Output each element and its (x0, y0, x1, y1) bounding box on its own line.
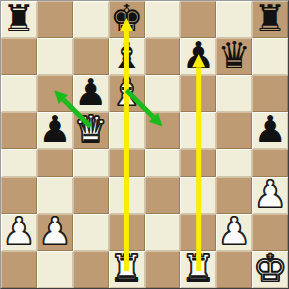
square-f7[interactable]: ♟ (180, 38, 216, 75)
square-c3[interactable] (73, 177, 109, 214)
white-pawn-icon[interactable]: ♟ (253, 176, 286, 213)
square-e2[interactable] (145, 214, 181, 251)
white-bishop-icon[interactable]: ♝ (110, 74, 143, 111)
square-a2[interactable]: ♟ (1, 214, 37, 251)
square-e7[interactable] (145, 38, 181, 75)
square-e4[interactable] (145, 149, 181, 177)
square-d6[interactable]: ♝ (109, 75, 145, 112)
square-a8[interactable]: ♜ (1, 1, 37, 38)
square-d7[interactable]: ♝ (109, 38, 145, 75)
square-h1[interactable]: ♚ (252, 251, 288, 288)
square-c7[interactable] (73, 38, 109, 75)
square-d3[interactable] (109, 177, 145, 214)
square-h3[interactable]: ♟ (252, 177, 288, 214)
white-queen-icon[interactable]: ♛ (74, 111, 107, 148)
white-pawn-icon[interactable]: ♟ (2, 213, 35, 250)
square-e5[interactable] (145, 112, 181, 149)
black-rook-icon[interactable]: ♜ (253, 0, 286, 37)
square-b4[interactable] (37, 149, 73, 177)
black-pawn-icon[interactable]: ♟ (74, 74, 107, 111)
square-b6[interactable] (37, 75, 73, 112)
square-f5[interactable] (180, 112, 216, 149)
black-bishop-icon[interactable]: ♝ (110, 37, 143, 74)
square-f6[interactable] (180, 75, 216, 112)
black-king-icon[interactable]: ♚ (110, 0, 143, 37)
black-pawn-icon[interactable]: ♟ (38, 111, 71, 148)
square-g6[interactable] (216, 75, 252, 112)
square-f2[interactable] (180, 214, 216, 251)
square-e6[interactable] (145, 75, 181, 112)
chess-board-frame: ♜♚♜♝♟♛♟♝♟♛♟♟♟♟♟♜♜♚ (0, 0, 289, 289)
square-b8[interactable] (37, 1, 73, 38)
square-d4[interactable] (109, 149, 145, 177)
square-h8[interactable]: ♜ (252, 1, 288, 38)
square-g4[interactable] (216, 149, 252, 177)
square-d1[interactable]: ♜ (109, 251, 145, 288)
square-f4[interactable] (180, 149, 216, 177)
white-rook-icon[interactable]: ♜ (182, 250, 215, 287)
square-f3[interactable] (180, 177, 216, 214)
square-h2[interactable] (252, 214, 288, 251)
square-d8[interactable]: ♚ (109, 1, 145, 38)
square-g7[interactable]: ♛ (216, 38, 252, 75)
square-f8[interactable] (180, 1, 216, 38)
black-pawn-icon[interactable]: ♟ (182, 37, 215, 74)
square-c2[interactable] (73, 214, 109, 251)
square-b3[interactable] (37, 177, 73, 214)
square-c4[interactable] (73, 149, 109, 177)
square-d5[interactable] (109, 112, 145, 149)
square-c1[interactable] (73, 251, 109, 288)
square-h5[interactable]: ♟ (252, 112, 288, 149)
square-h7[interactable] (252, 38, 288, 75)
square-c6[interactable]: ♟ (73, 75, 109, 112)
square-a1[interactable] (1, 251, 37, 288)
square-g8[interactable] (216, 1, 252, 38)
square-a7[interactable] (1, 38, 37, 75)
white-rook-icon[interactable]: ♜ (110, 250, 143, 287)
square-c5[interactable]: ♛ (73, 112, 109, 149)
white-pawn-icon[interactable]: ♟ (38, 213, 71, 250)
square-g3[interactable] (216, 177, 252, 214)
square-e8[interactable] (145, 1, 181, 38)
square-d2[interactable] (109, 214, 145, 251)
square-b1[interactable] (37, 251, 73, 288)
black-rook-icon[interactable]: ♜ (2, 0, 35, 37)
square-c8[interactable] (73, 1, 109, 38)
square-g5[interactable] (216, 112, 252, 149)
square-e3[interactable] (145, 177, 181, 214)
square-a4[interactable] (1, 149, 37, 177)
chess-board: ♜♚♜♝♟♛♟♝♟♛♟♟♟♟♟♜♜♚ (1, 1, 288, 288)
black-queen-icon[interactable]: ♛ (218, 37, 251, 74)
square-b5[interactable]: ♟ (37, 112, 73, 149)
white-king-icon[interactable]: ♚ (253, 250, 286, 287)
square-g1[interactable] (216, 251, 252, 288)
square-b7[interactable] (37, 38, 73, 75)
black-pawn-icon[interactable]: ♟ (253, 111, 286, 148)
square-b2[interactable]: ♟ (37, 214, 73, 251)
square-g2[interactable]: ♟ (216, 214, 252, 251)
square-f1[interactable]: ♜ (180, 251, 216, 288)
square-a6[interactable] (1, 75, 37, 112)
white-pawn-icon[interactable]: ♟ (218, 213, 251, 250)
square-a3[interactable] (1, 177, 37, 214)
square-a5[interactable] (1, 112, 37, 149)
square-e1[interactable] (145, 251, 181, 288)
square-h6[interactable] (252, 75, 288, 112)
